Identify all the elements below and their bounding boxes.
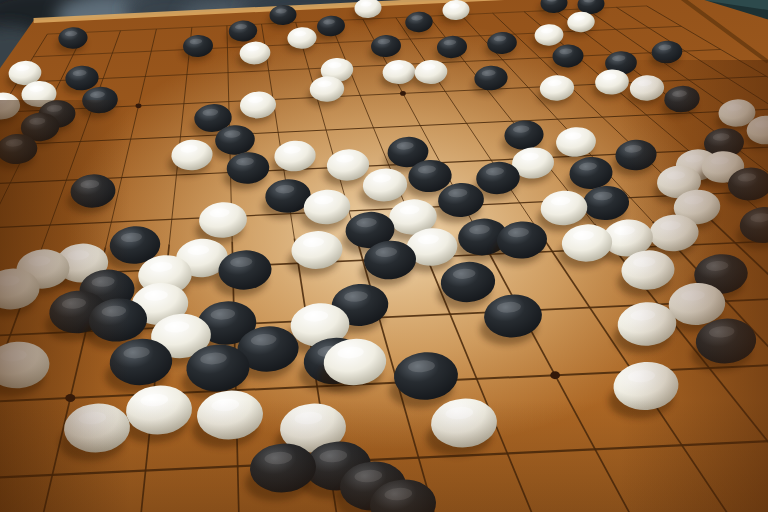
star-point — [136, 103, 142, 108]
vignette-right — [620, 60, 768, 512]
go-photo-scene — [0, 0, 768, 512]
star-point — [550, 371, 560, 379]
go-board[interactable] — [0, 0, 768, 512]
star-point — [400, 91, 406, 96]
